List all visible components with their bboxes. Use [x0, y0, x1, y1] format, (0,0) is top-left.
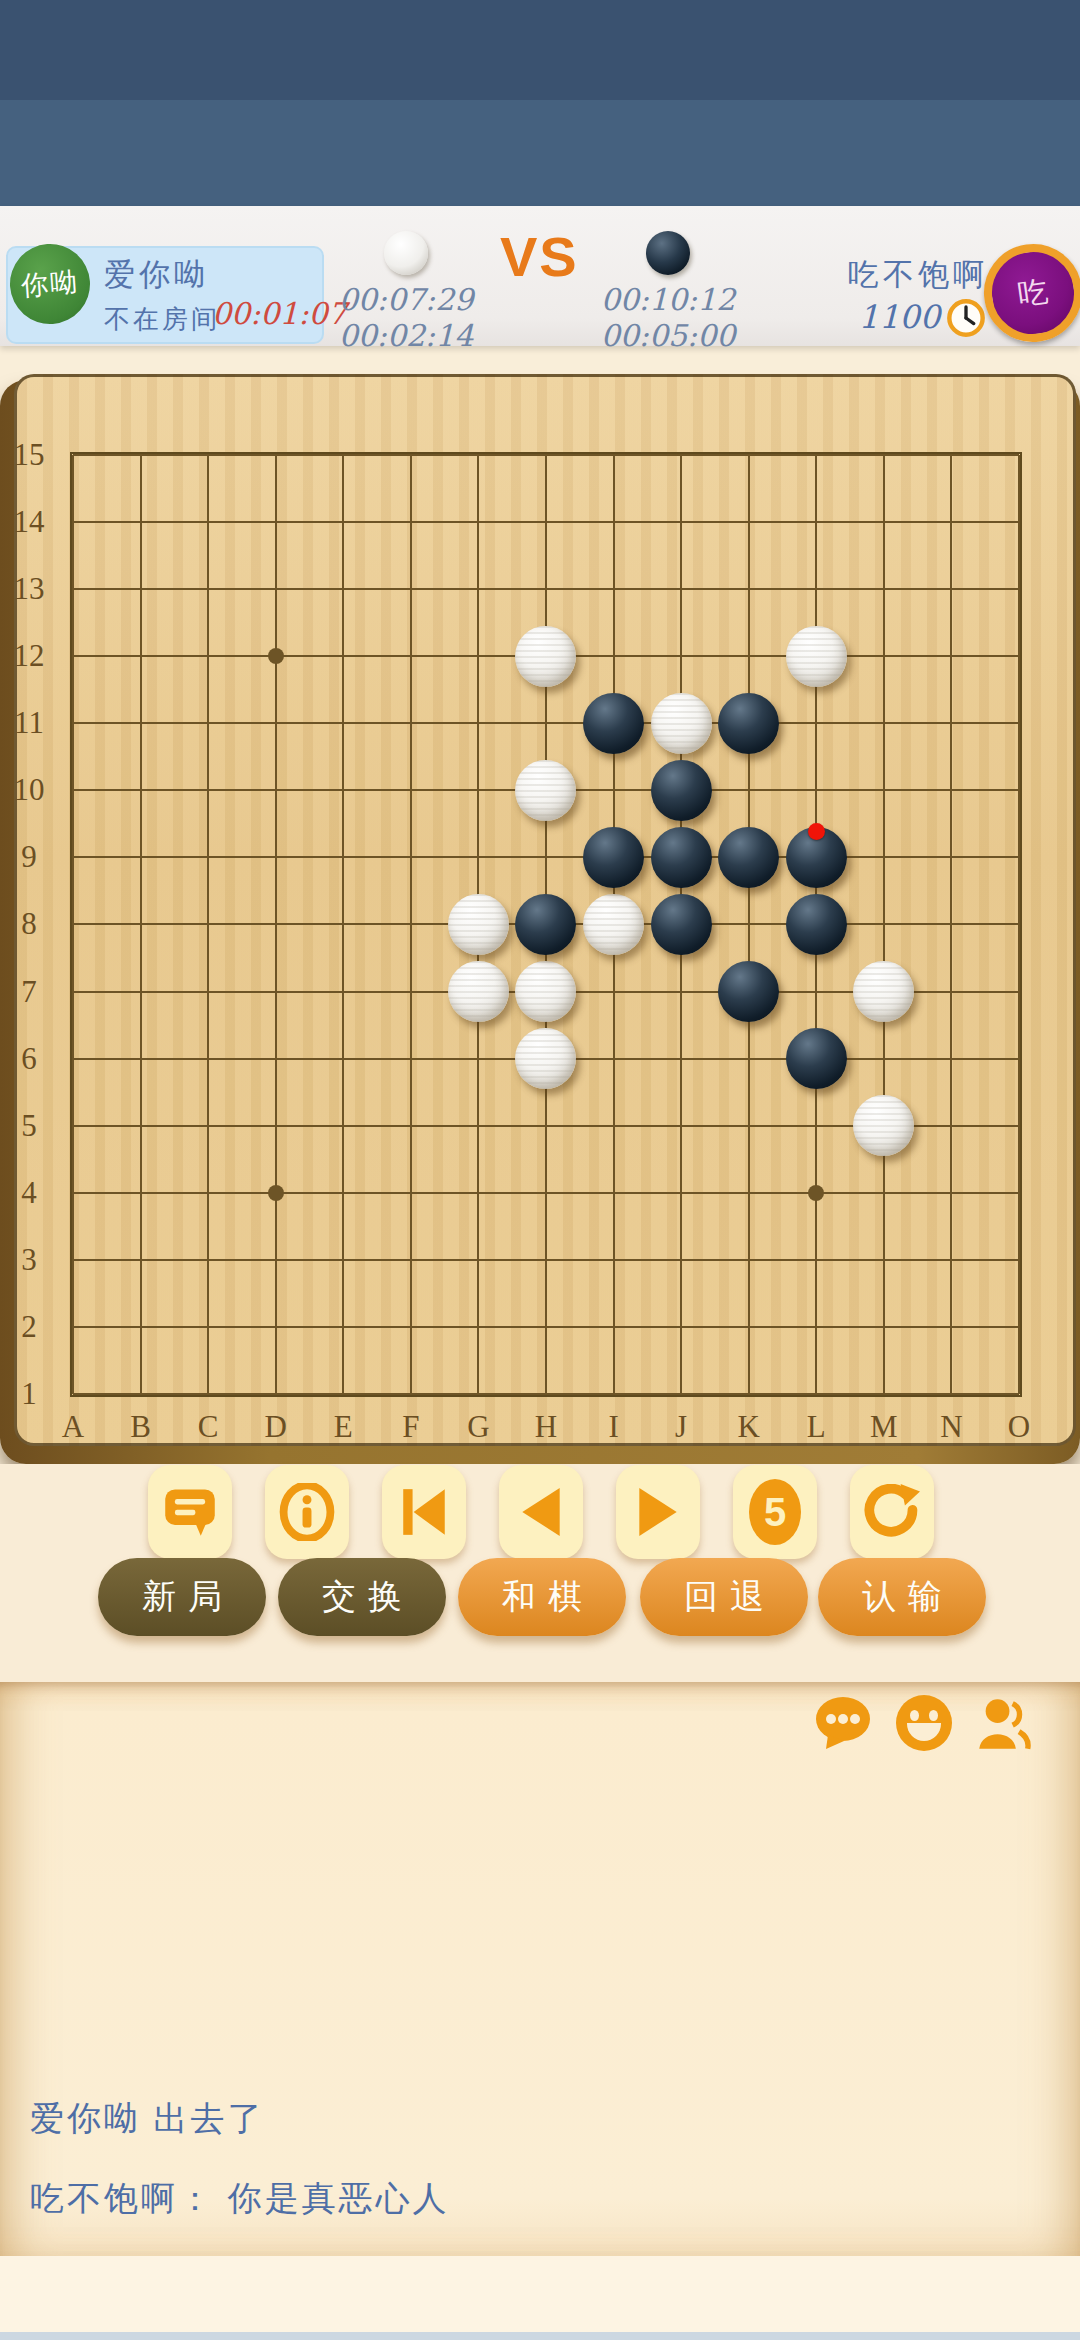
column-label: D — [254, 1409, 298, 1445]
row-label: 5 — [7, 1108, 51, 1144]
row-label: 2 — [7, 1309, 51, 1345]
black-stone — [718, 961, 779, 1022]
step-count-label: 5 — [764, 1490, 786, 1535]
white-stone — [786, 626, 847, 687]
step-forward-button[interactable] — [616, 1465, 700, 1559]
left-player-name: 爱你呦 — [104, 254, 209, 296]
players-icon[interactable] — [976, 1695, 1032, 1751]
row-label: 10 — [7, 772, 51, 808]
chat-button[interactable] — [148, 1465, 232, 1559]
black-stone — [651, 760, 712, 821]
column-label: N — [929, 1409, 973, 1445]
column-label: K — [727, 1409, 771, 1445]
black-main-clock: 00:10:12 — [558, 282, 778, 317]
vs-label: VS — [500, 224, 579, 289]
right-player-score: 1100 — [790, 298, 940, 336]
black-stone — [718, 827, 779, 888]
black-stone — [651, 894, 712, 955]
column-label: I — [592, 1409, 636, 1445]
row-label: 11 — [7, 705, 51, 741]
player-bar: 你呦 爱你呦 不在房间 00:01:07 00:07:29 00:02:14 V… — [0, 206, 1080, 346]
bottom-spacer — [0, 2256, 1080, 2332]
row-label: 4 — [7, 1175, 51, 1211]
black-stone — [718, 693, 779, 754]
row-label: 6 — [7, 1041, 51, 1077]
white-stone — [448, 894, 509, 955]
black-reserve-clock: 00:05:00 — [558, 318, 778, 353]
nav-bar: 无禁手规则 10+5 计分局 ⚙ — [0, 100, 1080, 206]
column-label: B — [119, 1409, 163, 1445]
white-stone — [853, 961, 914, 1022]
column-label: O — [997, 1409, 1041, 1445]
column-label: M — [862, 1409, 906, 1445]
left-player-status: 不在房间 — [104, 302, 220, 337]
star-point — [268, 1185, 284, 1201]
black-stone — [786, 894, 847, 955]
column-label: G — [456, 1409, 500, 1445]
white-reserve-clock: 00:02:14 — [296, 318, 516, 353]
black-stone — [786, 827, 847, 888]
black-stone — [786, 1028, 847, 1089]
row-label: 7 — [7, 974, 51, 1010]
right-player-name: 吃不饱啊 — [760, 254, 988, 296]
column-label: H — [524, 1409, 568, 1445]
chat-message: 吃不饱啊： 你是真恶心人 — [30, 2176, 449, 2222]
white-stone — [651, 693, 712, 754]
step-back-button[interactable] — [499, 1465, 583, 1559]
draw-button[interactable]: 和棋 — [458, 1558, 626, 1636]
white-stone — [448, 961, 509, 1022]
row-label: 13 — [7, 571, 51, 607]
info-button[interactable] — [265, 1465, 349, 1559]
black-stone — [583, 693, 644, 754]
white-stone — [515, 626, 576, 687]
gomoku-board[interactable]: 15A14B13C12D11E10F9G8H7I6J5K4L3M2N1O — [14, 374, 1076, 1446]
messages-icon[interactable] — [814, 1695, 876, 1751]
row-label: 9 — [7, 839, 51, 875]
right-player-avatar[interactable]: 吃 — [978, 238, 1080, 349]
column-label: A — [51, 1409, 95, 1445]
white-stone — [515, 760, 576, 821]
white-main-clock: 00:07:29 — [296, 282, 516, 317]
status-bar — [0, 0, 1080, 100]
row-label: 15 — [7, 437, 51, 473]
star-point — [268, 648, 284, 664]
column-label: J — [659, 1409, 703, 1445]
last-move-marker — [808, 823, 825, 840]
column-label: F — [389, 1409, 433, 1445]
column-label: E — [321, 1409, 365, 1445]
chat-message: 爱你呦 出去了 — [30, 2096, 264, 2142]
column-label: C — [186, 1409, 230, 1445]
row-label: 12 — [7, 638, 51, 674]
star-point — [808, 1185, 824, 1201]
resign-button[interactable]: 认输 — [818, 1558, 986, 1636]
emoji-icon[interactable] — [896, 1695, 952, 1751]
bottom-strip — [0, 2332, 1080, 2340]
chat-panel: 爱你呦 出去了 吃不饱啊： 你是真恶心人 — [0, 1682, 1080, 2256]
black-stone — [583, 827, 644, 888]
white-stone-icon — [384, 231, 428, 275]
row-label: 3 — [7, 1242, 51, 1278]
undo-button[interactable]: 回退 — [640, 1558, 808, 1636]
swap-button[interactable]: 交换 — [278, 1558, 446, 1636]
redo-button[interactable] — [850, 1465, 934, 1559]
black-stone-icon — [646, 231, 690, 275]
step-count-button[interactable]: 5 — [733, 1465, 817, 1559]
black-stone — [651, 827, 712, 888]
column-label: L — [794, 1409, 838, 1445]
skip-to-start-button[interactable] — [382, 1465, 466, 1559]
new-game-button[interactable]: 新局 — [98, 1558, 266, 1636]
row-label: 8 — [7, 906, 51, 942]
row-label: 14 — [7, 504, 51, 540]
white-stone — [583, 894, 644, 955]
row-label: 1 — [7, 1376, 51, 1412]
timer-clock-icon — [946, 298, 986, 338]
